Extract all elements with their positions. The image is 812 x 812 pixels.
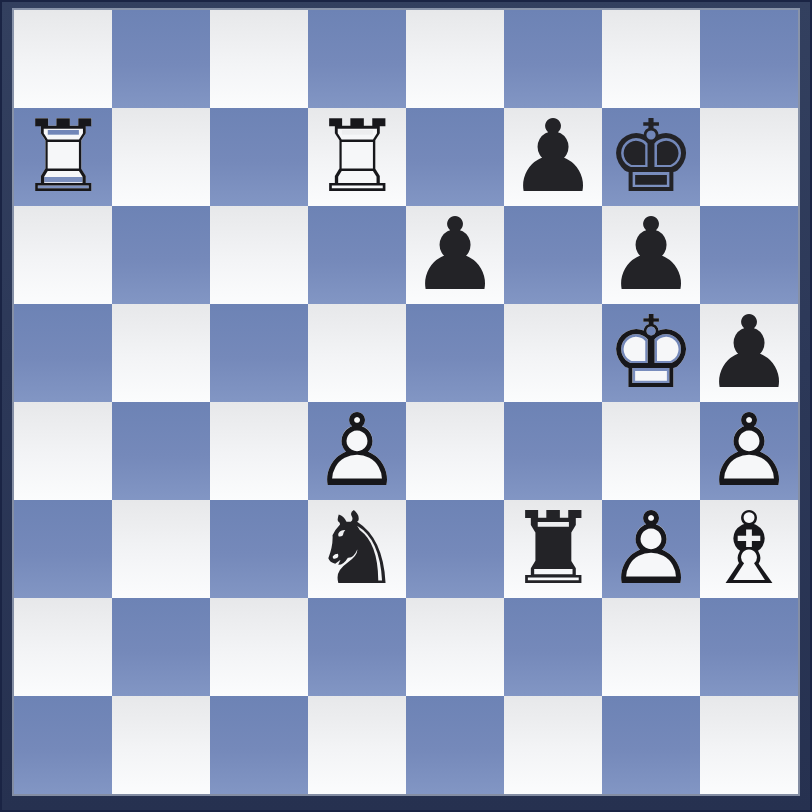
square-c2[interactable] (210, 598, 308, 696)
square-h4[interactable]: ♟♙ (700, 402, 798, 500)
square-f3[interactable]: ♜ (504, 500, 602, 598)
square-f1[interactable] (504, 696, 602, 794)
square-c6[interactable] (210, 206, 308, 304)
piece-white-pawn[interactable]: ♟♙ (602, 500, 700, 598)
square-c3[interactable] (210, 500, 308, 598)
piece-white-pawn[interactable]: ♟♙ (308, 402, 406, 500)
rook-fill-glyph: ♜ (504, 500, 602, 598)
square-b7[interactable] (112, 108, 210, 206)
square-f8[interactable] (504, 10, 602, 108)
piece-white-rook[interactable]: ♜♖ (308, 108, 406, 206)
square-e2[interactable] (406, 598, 504, 696)
square-a1[interactable] (14, 696, 112, 794)
square-h3[interactable]: ♝♗ (700, 500, 798, 598)
square-h6[interactable] (700, 206, 798, 304)
rook-outline-glyph: ♖ (14, 108, 112, 206)
square-a2[interactable] (14, 598, 112, 696)
pawn-outline-glyph: ♙ (602, 500, 700, 598)
chess-board: ♜♖♜♖♟♚♟♟♚♔♟♟♙♟♙♞♜♟♙♝♗ (14, 10, 798, 794)
pawn-outline-glyph: ♙ (700, 402, 798, 500)
square-a7[interactable]: ♜♖ (14, 108, 112, 206)
square-b2[interactable] (112, 598, 210, 696)
square-e7[interactable] (406, 108, 504, 206)
piece-black-king[interactable]: ♚ (602, 108, 700, 206)
square-h5[interactable]: ♟ (700, 304, 798, 402)
square-b3[interactable] (112, 500, 210, 598)
square-g4[interactable] (602, 402, 700, 500)
pawn-fill-glyph: ♟ (406, 206, 504, 304)
square-c4[interactable] (210, 402, 308, 500)
square-d2[interactable] (308, 598, 406, 696)
knight-fill-glyph: ♞ (308, 500, 406, 598)
square-h7[interactable] (700, 108, 798, 206)
pawn-fill-glyph: ♟ (504, 108, 602, 206)
square-g3[interactable]: ♟♙ (602, 500, 700, 598)
king-outline-glyph: ♔ (602, 304, 700, 402)
square-f4[interactable] (504, 402, 602, 500)
square-b5[interactable] (112, 304, 210, 402)
square-b8[interactable] (112, 10, 210, 108)
square-b6[interactable] (112, 206, 210, 304)
square-a5[interactable] (14, 304, 112, 402)
square-f6[interactable] (504, 206, 602, 304)
bishop-outline-glyph: ♗ (700, 500, 798, 598)
square-b4[interactable] (112, 402, 210, 500)
square-a6[interactable] (14, 206, 112, 304)
square-d4[interactable]: ♟♙ (308, 402, 406, 500)
square-f5[interactable] (504, 304, 602, 402)
piece-white-king[interactable]: ♚♔ (602, 304, 700, 402)
square-a3[interactable] (14, 500, 112, 598)
rook-outline-glyph: ♖ (308, 108, 406, 206)
square-a4[interactable] (14, 402, 112, 500)
square-d5[interactable] (308, 304, 406, 402)
square-h2[interactable] (700, 598, 798, 696)
piece-black-pawn[interactable]: ♟ (504, 108, 602, 206)
piece-black-pawn[interactable]: ♟ (700, 304, 798, 402)
square-d1[interactable] (308, 696, 406, 794)
square-c8[interactable] (210, 10, 308, 108)
square-e3[interactable] (406, 500, 504, 598)
square-e5[interactable] (406, 304, 504, 402)
square-c7[interactable] (210, 108, 308, 206)
square-e4[interactable] (406, 402, 504, 500)
square-g1[interactable] (602, 696, 700, 794)
square-d3[interactable]: ♞ (308, 500, 406, 598)
square-c1[interactable] (210, 696, 308, 794)
piece-white-rook[interactable]: ♜♖ (14, 108, 112, 206)
pawn-fill-glyph: ♟ (700, 304, 798, 402)
square-f7[interactable]: ♟ (504, 108, 602, 206)
square-g2[interactable] (602, 598, 700, 696)
square-h8[interactable] (700, 10, 798, 108)
square-c5[interactable] (210, 304, 308, 402)
square-g5[interactable]: ♚♔ (602, 304, 700, 402)
square-d7[interactable]: ♜♖ (308, 108, 406, 206)
piece-black-pawn[interactable]: ♟ (602, 206, 700, 304)
square-b1[interactable] (112, 696, 210, 794)
square-f2[interactable] (504, 598, 602, 696)
square-a8[interactable] (14, 10, 112, 108)
piece-white-pawn[interactable]: ♟♙ (700, 402, 798, 500)
pawn-outline-glyph: ♙ (308, 402, 406, 500)
piece-black-rook[interactable]: ♜ (504, 500, 602, 598)
piece-black-pawn[interactable]: ♟ (406, 206, 504, 304)
square-g7[interactable]: ♚ (602, 108, 700, 206)
king-fill-glyph: ♚ (602, 108, 700, 206)
square-g8[interactable] (602, 10, 700, 108)
square-d6[interactable] (308, 206, 406, 304)
board-frame: ♜♖♜♖♟♚♟♟♚♔♟♟♙♟♙♞♜♟♙♝♗ (0, 0, 812, 812)
square-d8[interactable] (308, 10, 406, 108)
square-g6[interactable]: ♟ (602, 206, 700, 304)
square-e6[interactable]: ♟ (406, 206, 504, 304)
square-e1[interactable] (406, 696, 504, 794)
square-h1[interactable] (700, 696, 798, 794)
piece-black-knight[interactable]: ♞ (308, 500, 406, 598)
piece-white-bishop[interactable]: ♝♗ (700, 500, 798, 598)
pawn-fill-glyph: ♟ (602, 206, 700, 304)
square-e8[interactable] (406, 10, 504, 108)
